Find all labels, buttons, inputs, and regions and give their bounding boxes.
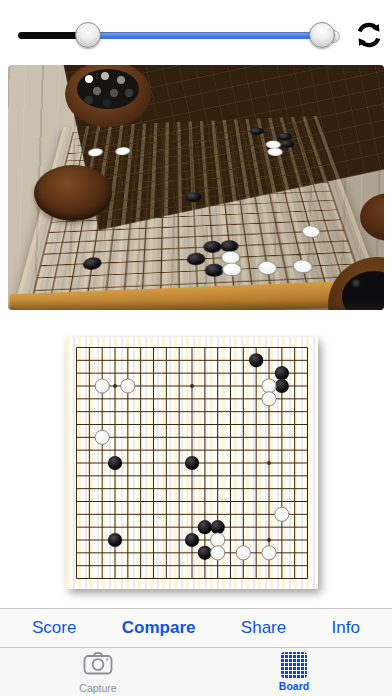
rotate-cw-icon xyxy=(354,38,384,53)
slider-right-thumb[interactable] xyxy=(309,22,335,48)
app-screen: Score Compare Share Info Capture Board xyxy=(0,0,392,696)
board-photo xyxy=(8,65,384,310)
tab-bar: Capture Board xyxy=(0,648,392,696)
digital-board-grid xyxy=(66,337,318,589)
digital-board[interactable] xyxy=(66,337,318,589)
threshold-toolbar xyxy=(0,0,392,60)
tab-capture[interactable]: Capture xyxy=(0,648,196,696)
slider-blue-track[interactable] xyxy=(86,32,324,39)
info-button[interactable]: Info xyxy=(328,616,364,640)
slider-left-thumb[interactable] xyxy=(75,22,101,48)
score-button[interactable]: Score xyxy=(28,616,80,640)
tab-capture-label: Capture xyxy=(79,682,116,694)
share-button[interactable]: Share xyxy=(237,616,290,640)
white-stones-in-bowl xyxy=(77,69,139,109)
tab-board-label: Board xyxy=(279,680,309,692)
photo-shadow xyxy=(8,300,384,310)
stone-threshold-slider[interactable] xyxy=(18,22,338,48)
grid-board-icon xyxy=(281,652,307,678)
action-bar: Score Compare Share Info xyxy=(0,608,392,648)
camera-icon xyxy=(83,650,113,680)
bowl-lid xyxy=(34,165,112,221)
tab-board[interactable]: Board xyxy=(196,648,392,696)
compare-button[interactable]: Compare xyxy=(118,616,200,640)
rotate-button[interactable] xyxy=(354,20,384,50)
